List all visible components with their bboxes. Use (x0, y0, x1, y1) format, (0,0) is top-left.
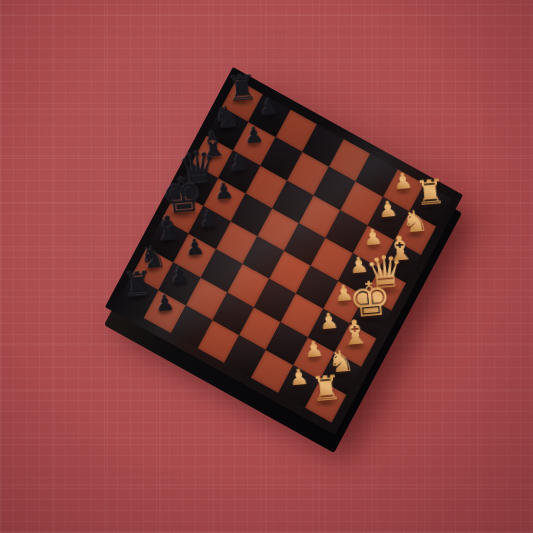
black-pawn: ♟ (214, 180, 236, 204)
black-pawn: ♟ (243, 124, 265, 148)
white-pawn: ♟ (378, 198, 400, 222)
chess-set-photo: ♜♞♝♛♚♝♞♜♟♟♟♟♟♟♟♟♟♟♟♟♟♟♟♟♜♞♝♛♚♝♞♜ (0, 0, 533, 533)
white-rook: ♜ (309, 370, 342, 407)
white-pawn: ♟ (392, 170, 414, 194)
black-rook: ♜ (121, 266, 154, 303)
black-pawn: ♟ (199, 207, 221, 231)
white-pawn: ♟ (288, 366, 310, 390)
black-pawn: ♟ (154, 291, 176, 315)
black-pawn: ♟ (184, 235, 206, 259)
black-pawn: ♟ (229, 152, 251, 176)
white-pawn: ♟ (303, 338, 325, 362)
black-pawn: ♟ (258, 96, 280, 120)
white-pawn: ♟ (318, 310, 340, 334)
black-pawn: ♟ (169, 263, 191, 287)
